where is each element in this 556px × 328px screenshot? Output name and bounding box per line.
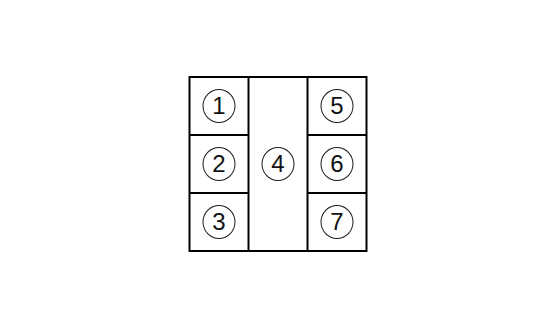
puzzle-board: 1 2 3 4 5 6 7 [189, 76, 368, 252]
cell-6: 6 [309, 136, 366, 192]
circled-number-6: 6 [321, 147, 354, 181]
circled-number-4: 4 [262, 147, 295, 181]
cell-1: 1 [191, 78, 248, 134]
circled-number-3: 3 [203, 205, 236, 239]
circled-number-7: 7 [321, 205, 354, 239]
circled-number-5: 5 [321, 89, 354, 123]
circled-number-2: 2 [203, 147, 236, 181]
cell-3: 3 [191, 194, 248, 250]
cell-7: 7 [309, 194, 366, 250]
cell-4: 4 [250, 78, 307, 250]
page-background: 1 2 3 4 5 6 7 [0, 0, 556, 328]
cell-5: 5 [309, 78, 366, 134]
cell-2: 2 [191, 136, 248, 192]
circled-number-1: 1 [203, 89, 236, 123]
